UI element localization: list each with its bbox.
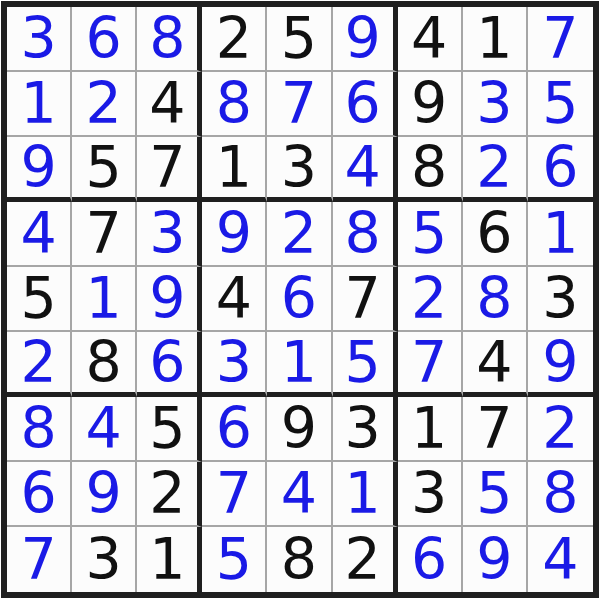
sudoku-cell-r5c3[interactable]: 9 [137, 267, 202, 332]
sudoku-cell-r6c9[interactable]: 9 [528, 332, 593, 397]
solved-digit: 8 [216, 75, 252, 132]
solved-digit: 6 [216, 400, 252, 457]
given-digit: 5 [281, 10, 317, 67]
sudoku-cell-r7c9[interactable]: 2 [528, 397, 593, 462]
sudoku-cell-r3c8[interactable]: 2 [463, 137, 528, 202]
sudoku-cell-r5c9[interactable]: 3 [528, 267, 593, 332]
sudoku-cell-r8c1[interactable]: 6 [7, 462, 72, 527]
sudoku-cell-r5c8[interactable]: 8 [463, 267, 528, 332]
sudoku-cell-r8c9[interactable]: 8 [528, 462, 593, 527]
sudoku-cell-r8c6[interactable]: 1 [333, 462, 398, 527]
sudoku-cell-r1c9[interactable]: 7 [528, 7, 593, 72]
sudoku-cell-r4c2[interactable]: 7 [72, 202, 137, 267]
solved-digit: 2 [411, 270, 447, 327]
sudoku-cell-r6c8[interactable]: 4 [463, 332, 528, 397]
sudoku-cell-r7c6[interactable]: 3 [333, 397, 398, 462]
given-digit: 4 [411, 10, 447, 67]
sudoku-cell-r7c3[interactable]: 5 [137, 397, 202, 462]
sudoku-cell-r1c6[interactable]: 9 [333, 7, 398, 72]
sudoku-cell-r9c5[interactable]: 8 [267, 527, 332, 592]
solved-digit: 4 [86, 400, 122, 457]
solved-digit: 6 [281, 270, 317, 327]
sudoku-cell-r7c4[interactable]: 6 [202, 397, 267, 462]
sudoku-cell-r2c1[interactable]: 1 [7, 72, 72, 137]
sudoku-cell-r3c4[interactable]: 1 [202, 137, 267, 202]
solved-digit: 3 [20, 10, 56, 67]
sudoku-cell-r9c9[interactable]: 4 [528, 527, 593, 592]
sudoku-cell-r2c5[interactable]: 7 [267, 72, 332, 137]
solved-digit: 2 [281, 205, 317, 262]
given-digit: 2 [344, 531, 380, 588]
sudoku-cell-r8c2[interactable]: 9 [72, 462, 137, 527]
solved-digit: 7 [20, 531, 56, 588]
sudoku-cell-r4c4[interactable]: 9 [202, 202, 267, 267]
sudoku-cell-r1c3[interactable]: 8 [137, 7, 202, 72]
given-digit: 9 [411, 75, 447, 132]
given-digit: 7 [86, 205, 122, 262]
sudoku-cell-r7c2[interactable]: 4 [72, 397, 137, 462]
sudoku-cell-r6c7[interactable]: 7 [398, 332, 463, 397]
solved-digit: 7 [411, 334, 447, 391]
solved-digit: 6 [344, 75, 380, 132]
sudoku-cell-r2c7[interactable]: 9 [398, 72, 463, 137]
solved-digit: 9 [476, 531, 512, 588]
solved-digit: 2 [20, 334, 56, 391]
given-digit: 7 [149, 139, 185, 196]
solved-digit: 4 [20, 205, 56, 262]
sudoku-cell-r7c5[interactable]: 9 [267, 397, 332, 462]
sudoku-cell-r1c7[interactable]: 4 [398, 7, 463, 72]
sudoku-cell-r9c8[interactable]: 9 [463, 527, 528, 592]
given-digit: 4 [149, 75, 185, 132]
solved-digit: 2 [86, 75, 122, 132]
solved-digit: 5 [411, 205, 447, 262]
given-digit: 7 [344, 270, 380, 327]
sudoku-cell-r5c1[interactable]: 5 [7, 267, 72, 332]
sudoku-cell-r5c5[interactable]: 6 [267, 267, 332, 332]
solved-digit: 5 [476, 465, 512, 522]
sudoku-cell-r2c2[interactable]: 2 [72, 72, 137, 137]
sudoku-cell-r9c1[interactable]: 7 [7, 527, 72, 592]
solved-digit: 7 [216, 465, 252, 522]
given-digit: 3 [542, 270, 578, 327]
solved-digit: 1 [20, 75, 56, 132]
solved-digit: 6 [542, 139, 578, 196]
sudoku-cell-r2c3[interactable]: 4 [137, 72, 202, 137]
solved-digit: 5 [216, 531, 252, 588]
solved-digit: 9 [20, 139, 56, 196]
sudoku-cell-r3c5[interactable]: 3 [267, 137, 332, 202]
sudoku-cell-r3c6[interactable]: 4 [333, 137, 398, 202]
solved-digit: 3 [476, 75, 512, 132]
sudoku-board-wrapper: 3682594171248769359571348264739285615194… [0, 0, 600, 599]
sudoku-cell-r8c7[interactable]: 3 [398, 462, 463, 527]
given-digit: 7 [476, 400, 512, 457]
solved-digit: 3 [149, 205, 185, 262]
sudoku-cell-r4c5[interactable]: 2 [267, 202, 332, 267]
sudoku-cell-r6c6[interactable]: 5 [333, 332, 398, 397]
sudoku-cell-r3c9[interactable]: 6 [528, 137, 593, 202]
solved-digit: 9 [149, 270, 185, 327]
given-digit: 8 [86, 334, 122, 391]
sudoku-grid: 3682594171248769359571348264739285615194… [1, 1, 599, 598]
sudoku-cell-r9c7[interactable]: 6 [398, 527, 463, 592]
sudoku-cell-r3c7[interactable]: 8 [398, 137, 463, 202]
solved-digit: 9 [216, 205, 252, 262]
solved-digit: 8 [542, 465, 578, 522]
given-digit: 4 [216, 270, 252, 327]
sudoku-cell-r6c5[interactable]: 1 [267, 332, 332, 397]
solved-digit: 5 [344, 334, 380, 391]
sudoku-cell-r9c6[interactable]: 2 [333, 527, 398, 592]
solved-digit: 2 [542, 400, 578, 457]
sudoku-cell-r1c2[interactable]: 6 [72, 7, 137, 72]
sudoku-cell-r2c8[interactable]: 3 [463, 72, 528, 137]
solved-digit: 4 [542, 531, 578, 588]
solved-digit: 6 [411, 531, 447, 588]
solved-digit: 1 [86, 270, 122, 327]
given-digit: 1 [149, 531, 185, 588]
given-digit: 9 [281, 400, 317, 457]
solved-digit: 9 [344, 10, 380, 67]
given-digit: 4 [476, 334, 512, 391]
sudoku-cell-r5c7[interactable]: 2 [398, 267, 463, 332]
given-digit: 3 [411, 465, 447, 522]
sudoku-cell-r5c6[interactable]: 7 [333, 267, 398, 332]
solved-digit: 1 [542, 205, 578, 262]
given-digit: 8 [411, 139, 447, 196]
sudoku-cell-r2c9[interactable]: 5 [528, 72, 593, 137]
sudoku-cell-r8c8[interactable]: 5 [463, 462, 528, 527]
sudoku-cell-r1c5[interactable]: 5 [267, 7, 332, 72]
sudoku-cell-r8c4[interactable]: 7 [202, 462, 267, 527]
given-digit: 3 [344, 400, 380, 457]
solved-digit: 6 [86, 10, 122, 67]
sudoku-cell-r6c4[interactable]: 3 [202, 332, 267, 397]
given-digit: 5 [20, 270, 56, 327]
sudoku-cell-r2c4[interactable]: 8 [202, 72, 267, 137]
solved-digit: 8 [149, 10, 185, 67]
given-digit: 3 [86, 531, 122, 588]
sudoku-cell-r4c9[interactable]: 1 [528, 202, 593, 267]
solved-digit: 6 [20, 465, 56, 522]
solved-digit: 9 [542, 334, 578, 391]
solved-digit: 5 [542, 75, 578, 132]
sudoku-cell-r8c3[interactable]: 2 [137, 462, 202, 527]
sudoku-cell-r3c1[interactable]: 9 [7, 137, 72, 202]
sudoku-cell-r5c2[interactable]: 1 [72, 267, 137, 332]
sudoku-cell-r4c7[interactable]: 5 [398, 202, 463, 267]
sudoku-cell-r8c5[interactable]: 4 [267, 462, 332, 527]
sudoku-cell-r1c1[interactable]: 3 [7, 7, 72, 72]
sudoku-cell-r3c3[interactable]: 7 [137, 137, 202, 202]
sudoku-cell-r4c8[interactable]: 6 [463, 202, 528, 267]
solved-digit: 8 [344, 205, 380, 262]
solved-digit: 7 [281, 75, 317, 132]
solved-digit: 2 [476, 139, 512, 196]
sudoku-cell-r6c3[interactable]: 6 [137, 332, 202, 397]
sudoku-cell-r1c8[interactable]: 1 [463, 7, 528, 72]
sudoku-cell-r2c6[interactable]: 6 [333, 72, 398, 137]
sudoku-cell-r9c4[interactable]: 5 [202, 527, 267, 592]
given-digit: 3 [281, 139, 317, 196]
solved-digit: 6 [149, 334, 185, 391]
solved-digit: 4 [281, 465, 317, 522]
given-digit: 8 [281, 531, 317, 588]
sudoku-cell-r7c1[interactable]: 8 [7, 397, 72, 462]
solved-digit: 1 [281, 334, 317, 391]
sudoku-cell-r7c8[interactable]: 7 [463, 397, 528, 462]
given-digit: 1 [216, 139, 252, 196]
sudoku-cell-r6c2[interactable]: 8 [72, 332, 137, 397]
solved-digit: 8 [20, 400, 56, 457]
sudoku-cell-r5c4[interactable]: 4 [202, 267, 267, 332]
solved-digit: 3 [216, 334, 252, 391]
sudoku-cell-r3c2[interactable]: 5 [72, 137, 137, 202]
sudoku-cell-r9c2[interactable]: 3 [72, 527, 137, 592]
given-digit: 2 [149, 465, 185, 522]
sudoku-cell-r4c3[interactable]: 3 [137, 202, 202, 267]
sudoku-cell-r1c4[interactable]: 2 [202, 7, 267, 72]
given-digit: 6 [476, 205, 512, 262]
sudoku-cell-r4c1[interactable]: 4 [7, 202, 72, 267]
given-digit: 1 [411, 400, 447, 457]
solved-digit: 4 [344, 139, 380, 196]
sudoku-cell-r6c1[interactable]: 2 [7, 332, 72, 397]
sudoku-cell-r4c6[interactable]: 8 [333, 202, 398, 267]
solved-digit: 7 [542, 10, 578, 67]
sudoku-cell-r9c3[interactable]: 1 [137, 527, 202, 592]
given-digit: 5 [149, 400, 185, 457]
solved-digit: 9 [86, 465, 122, 522]
given-digit: 1 [476, 10, 512, 67]
sudoku-cell-r7c7[interactable]: 1 [398, 397, 463, 462]
given-digit: 5 [86, 139, 122, 196]
solved-digit: 8 [476, 270, 512, 327]
solved-digit: 1 [344, 465, 380, 522]
given-digit: 2 [216, 10, 252, 67]
